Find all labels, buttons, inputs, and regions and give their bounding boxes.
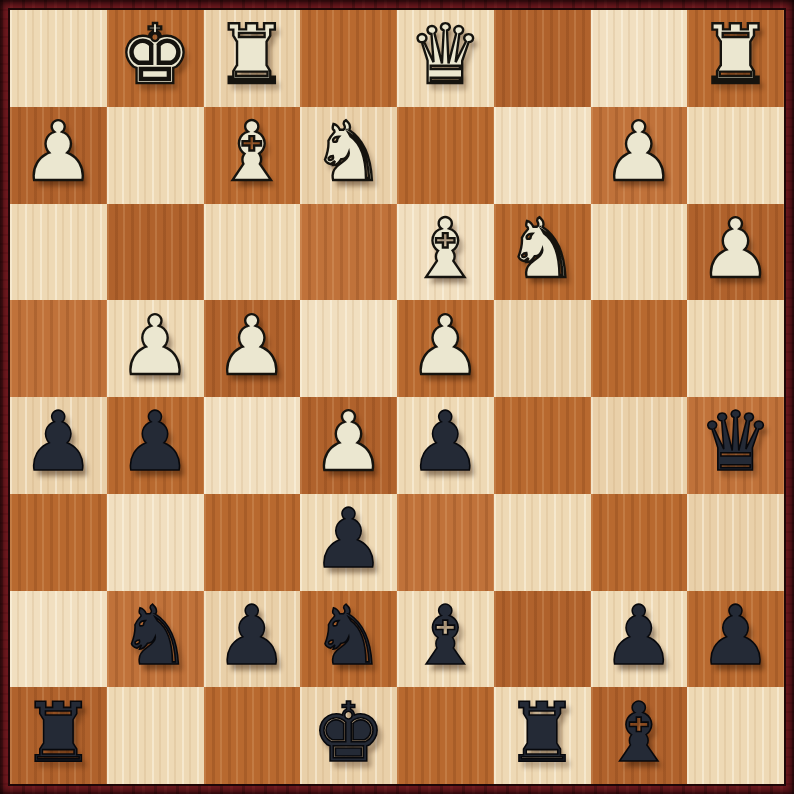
square-c3[interactable]: ♞	[494, 204, 591, 301]
piece-black-pawn: ♟	[687, 591, 784, 685]
piece-black-pawn: ♟	[10, 397, 107, 491]
piece-black-pawn: ♟	[397, 397, 494, 491]
square-h7[interactable]	[10, 591, 107, 688]
square-d4[interactable]: ♟	[397, 300, 494, 397]
square-c5[interactable]	[494, 397, 591, 494]
square-f5[interactable]	[204, 397, 301, 494]
square-g4[interactable]: ♟	[107, 300, 204, 397]
square-b1[interactable]	[591, 10, 688, 107]
square-f4[interactable]: ♟	[204, 300, 301, 397]
square-d2[interactable]	[397, 107, 494, 204]
piece-white-pawn: ♟	[300, 397, 397, 491]
piece-black-king: ♚	[300, 687, 397, 781]
square-a2[interactable]	[687, 107, 784, 204]
square-b5[interactable]	[591, 397, 688, 494]
square-d1[interactable]: ♛	[397, 10, 494, 107]
piece-black-rook: ♜	[494, 687, 591, 781]
square-g7[interactable]: ♞	[107, 591, 204, 688]
piece-black-queen: ♛	[687, 397, 784, 491]
square-e8[interactable]: ♚	[300, 687, 397, 784]
square-e5[interactable]: ♟	[300, 397, 397, 494]
piece-white-pawn: ♟	[687, 204, 784, 298]
square-a4[interactable]	[687, 300, 784, 397]
square-f8[interactable]	[204, 687, 301, 784]
square-h8[interactable]: ♜	[10, 687, 107, 784]
square-d8[interactable]	[397, 687, 494, 784]
square-d5[interactable]: ♟	[397, 397, 494, 494]
square-f3[interactable]	[204, 204, 301, 301]
piece-black-pawn: ♟	[591, 591, 688, 685]
square-c4[interactable]	[494, 300, 591, 397]
square-e3[interactable]	[300, 204, 397, 301]
square-f1[interactable]: ♜	[204, 10, 301, 107]
piece-black-rook: ♜	[10, 687, 107, 781]
piece-white-bishop: ♝	[204, 107, 301, 201]
piece-white-pawn: ♟	[591, 107, 688, 201]
square-h1[interactable]	[10, 10, 107, 107]
piece-black-pawn: ♟	[107, 397, 204, 491]
piece-black-knight: ♞	[300, 591, 397, 685]
piece-white-pawn: ♟	[107, 300, 204, 394]
piece-black-pawn: ♟	[300, 494, 397, 588]
square-f6[interactable]	[204, 494, 301, 591]
square-d7[interactable]: ♝	[397, 591, 494, 688]
square-h2[interactable]: ♟	[10, 107, 107, 204]
square-e7[interactable]: ♞	[300, 591, 397, 688]
square-h6[interactable]	[10, 494, 107, 591]
square-a8[interactable]	[687, 687, 784, 784]
square-c7[interactable]	[494, 591, 591, 688]
piece-white-pawn: ♟	[10, 107, 107, 201]
square-g3[interactable]	[107, 204, 204, 301]
piece-white-king: ♚	[107, 10, 204, 104]
square-a6[interactable]	[687, 494, 784, 591]
square-e6[interactable]: ♟	[300, 494, 397, 591]
square-f2[interactable]: ♝	[204, 107, 301, 204]
square-a1[interactable]: ♜	[687, 10, 784, 107]
square-c6[interactable]	[494, 494, 591, 591]
piece-black-knight: ♞	[107, 591, 204, 685]
chess-board: ♚♜♛♜♟♝♞♟♝♞♟♟♟♟♟♟♟♟♛♟♞♟♞♝♟♟♜♚♜♝	[10, 10, 784, 784]
square-h5[interactable]: ♟	[10, 397, 107, 494]
square-d3[interactable]: ♝	[397, 204, 494, 301]
square-a3[interactable]: ♟	[687, 204, 784, 301]
square-g5[interactable]: ♟	[107, 397, 204, 494]
square-a7[interactable]: ♟	[687, 591, 784, 688]
square-g8[interactable]	[107, 687, 204, 784]
square-g2[interactable]	[107, 107, 204, 204]
square-g6[interactable]	[107, 494, 204, 591]
piece-white-rook: ♜	[204, 10, 301, 104]
square-b2[interactable]: ♟	[591, 107, 688, 204]
piece-white-knight: ♞	[494, 204, 591, 298]
piece-white-queen: ♛	[397, 10, 494, 104]
piece-white-rook: ♜	[687, 10, 784, 104]
piece-black-bishop: ♝	[397, 591, 494, 685]
square-e4[interactable]	[300, 300, 397, 397]
square-f7[interactable]: ♟	[204, 591, 301, 688]
piece-white-knight: ♞	[300, 107, 397, 201]
piece-white-bishop: ♝	[397, 204, 494, 298]
piece-black-pawn: ♟	[204, 591, 301, 685]
square-c1[interactable]	[494, 10, 591, 107]
square-b3[interactable]	[591, 204, 688, 301]
square-c8[interactable]: ♜	[494, 687, 591, 784]
square-c2[interactable]	[494, 107, 591, 204]
square-g1[interactable]: ♚	[107, 10, 204, 107]
square-h4[interactable]	[10, 300, 107, 397]
piece-black-bishop: ♝	[591, 687, 688, 781]
square-b8[interactable]: ♝	[591, 687, 688, 784]
piece-white-pawn: ♟	[397, 300, 494, 394]
square-e1[interactable]	[300, 10, 397, 107]
square-h3[interactable]	[10, 204, 107, 301]
square-e2[interactable]: ♞	[300, 107, 397, 204]
square-b4[interactable]	[591, 300, 688, 397]
square-b6[interactable]	[591, 494, 688, 591]
square-b7[interactable]: ♟	[591, 591, 688, 688]
square-a5[interactable]: ♛	[687, 397, 784, 494]
chess-board-frame: ♚♜♛♜♟♝♞♟♝♞♟♟♟♟♟♟♟♟♛♟♞♟♞♝♟♟♜♚♜♝	[0, 0, 794, 794]
square-d6[interactable]	[397, 494, 494, 591]
piece-white-pawn: ♟	[204, 300, 301, 394]
